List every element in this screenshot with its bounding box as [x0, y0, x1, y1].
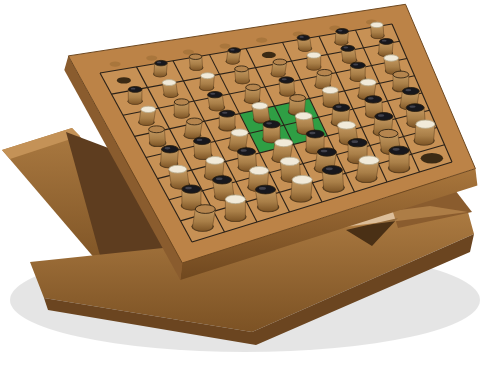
- cell-b3[interactable]: [173, 99, 189, 119]
- cell-b1[interactable]: [153, 60, 167, 77]
- peg-top-sheen: [343, 47, 348, 49]
- white-peg-top: [360, 79, 376, 86]
- white-peg-top: [371, 22, 383, 27]
- black-peg-top: [228, 48, 240, 53]
- black-peg-top: [208, 91, 223, 97]
- cell-d8[interactable]: [290, 175, 313, 202]
- edge-scallop: [220, 44, 231, 49]
- black-peg-top: [333, 104, 350, 111]
- cell-d1[interactable]: [226, 48, 241, 65]
- white-peg-top: [416, 120, 435, 128]
- cell-b4[interactable]: [184, 118, 203, 139]
- black-peg-top: [351, 62, 366, 68]
- white-peg-top: [206, 156, 224, 164]
- peg-top-sheen: [157, 62, 161, 64]
- peg-top-sheen: [282, 78, 287, 80]
- edge-scallop: [146, 56, 157, 61]
- wood-peg-top: [149, 126, 165, 133]
- black-peg-top: [128, 86, 142, 92]
- black-peg-top: [219, 110, 235, 117]
- peg-top-sheen: [393, 148, 400, 151]
- peg-top-sheen: [241, 149, 247, 151]
- black-peg-top: [322, 166, 342, 175]
- white-peg-top: [201, 73, 215, 79]
- cell-c8[interactable]: [255, 185, 279, 212]
- peg-top-sheen: [131, 88, 136, 90]
- black-peg-top: [297, 35, 309, 40]
- black-peg-top: [341, 45, 355, 51]
- cell-c3[interactable]: [208, 91, 225, 111]
- wood-peg-top: [290, 95, 306, 102]
- cell-f2[interactable]: [306, 52, 321, 70]
- black-peg-top: [348, 139, 367, 147]
- white-peg-top: [162, 80, 176, 86]
- cell-a1[interactable]: [117, 77, 131, 83]
- black-peg-top: [213, 176, 232, 184]
- wood-peg-top: [187, 118, 203, 125]
- white-peg-top: [275, 139, 293, 147]
- wood-peg-top: [246, 84, 261, 90]
- cell-a8[interactable]: [191, 205, 215, 232]
- white-peg-top: [322, 87, 338, 94]
- black-peg-top: [375, 113, 393, 121]
- cell-h1[interactable]: [371, 22, 385, 39]
- black-peg-top: [263, 121, 280, 128]
- peg-top-sheen: [368, 97, 374, 99]
- cell-f3[interactable]: [314, 69, 331, 89]
- white-peg-top: [295, 112, 312, 119]
- edge-scallop: [110, 61, 121, 66]
- peg-top-sheen: [216, 177, 223, 180]
- white-peg-top: [384, 55, 399, 61]
- cell-a4[interactable]: [149, 126, 167, 147]
- peg-top-sheen: [321, 150, 328, 153]
- peg-top-sheen: [338, 30, 342, 32]
- peg-top-sheen: [409, 105, 415, 107]
- black-peg-top: [306, 130, 324, 138]
- white-peg-top: [250, 166, 269, 174]
- cell-e1[interactable]: [262, 52, 276, 58]
- cell-e2[interactable]: [271, 59, 287, 77]
- cell-d2[interactable]: [235, 66, 250, 84]
- cell-e3[interactable]: [279, 77, 295, 97]
- wood-peg-top: [317, 69, 332, 75]
- peg-top-sheen: [165, 147, 171, 149]
- peg-top-sheen: [210, 93, 215, 95]
- black-peg-top: [255, 185, 275, 194]
- cell-f1[interactable]: [297, 35, 312, 52]
- wood-peg-top: [273, 59, 287, 65]
- peg-top-sheen: [351, 140, 358, 143]
- black-peg-top: [402, 87, 419, 94]
- edge-scallop: [256, 38, 267, 43]
- empty-hole: [262, 52, 276, 58]
- white-peg-top: [307, 52, 321, 58]
- black-peg-top: [406, 104, 424, 112]
- white-peg-top: [225, 195, 245, 204]
- black-peg-top: [336, 29, 348, 34]
- othello-set-photo: [0, 0, 500, 375]
- black-peg-top: [365, 96, 382, 103]
- white-peg-top: [292, 175, 312, 184]
- black-peg-top: [317, 148, 336, 156]
- wood-peg-top: [174, 99, 189, 105]
- cell-g1[interactable]: [334, 29, 348, 46]
- cell-e8[interactable]: [322, 166, 345, 193]
- peg-top-sheen: [259, 187, 266, 190]
- cell-b5[interactable]: [194, 137, 213, 160]
- cell-h7[interactable]: [414, 120, 435, 146]
- white-peg-top: [141, 106, 156, 112]
- peg-top-sheen: [299, 36, 303, 38]
- cell-d3[interactable]: [244, 84, 260, 104]
- peg-top-sheen: [266, 122, 272, 124]
- cell-c2[interactable]: [199, 73, 214, 91]
- cell-g3[interactable]: [350, 62, 366, 82]
- white-peg-top: [169, 165, 187, 173]
- peg-top-sheen: [230, 49, 234, 51]
- peg-top-sheen: [326, 167, 333, 170]
- peg-top-sheen: [353, 63, 358, 65]
- empty-hole: [421, 153, 443, 163]
- cell-d4[interactable]: [252, 102, 271, 123]
- peg-top-sheen: [222, 112, 228, 114]
- cell-f8[interactable]: [355, 156, 379, 183]
- wood-peg-top: [393, 71, 409, 78]
- peg-top-sheen: [309, 132, 315, 134]
- cell-c1[interactable]: [189, 54, 203, 71]
- black-peg-top: [155, 60, 167, 65]
- black-peg-top: [162, 146, 179, 153]
- cell-a2[interactable]: [128, 86, 143, 104]
- peg-top-sheen: [197, 139, 203, 141]
- white-peg-top: [359, 156, 379, 165]
- black-peg-top: [389, 146, 409, 155]
- peg-top-sheen: [378, 114, 384, 116]
- peg-top-sheen: [185, 187, 192, 190]
- black-peg-top: [194, 137, 211, 144]
- cell-b8[interactable]: [224, 195, 246, 222]
- cell-a3[interactable]: [138, 106, 155, 126]
- wood-peg-top: [235, 66, 249, 72]
- wood-peg-top: [195, 205, 215, 214]
- cell-g2[interactable]: [341, 45, 357, 63]
- white-peg-top: [252, 102, 268, 109]
- black-peg-top: [379, 38, 393, 44]
- white-peg-top: [231, 129, 248, 136]
- wood-peg-top: [189, 54, 201, 59]
- wood-peg-top: [379, 129, 398, 137]
- black-peg-top: [279, 77, 294, 83]
- product-photo: [0, 0, 500, 375]
- black-peg-top: [237, 148, 255, 156]
- cell-h2[interactable]: [378, 38, 393, 56]
- cell-a5[interactable]: [159, 146, 178, 169]
- peg-top-sheen: [405, 89, 411, 91]
- cell-h8[interactable]: [421, 153, 443, 163]
- black-peg-top: [182, 185, 201, 193]
- cell-b2[interactable]: [162, 80, 178, 98]
- white-peg-top: [338, 121, 356, 129]
- peg-top-sheen: [382, 40, 387, 42]
- cell-c4[interactable]: [218, 110, 236, 131]
- empty-hole: [117, 77, 131, 83]
- cell-g8[interactable]: [388, 146, 410, 173]
- white-peg-top: [280, 157, 299, 165]
- peg-top-sheen: [336, 106, 342, 108]
